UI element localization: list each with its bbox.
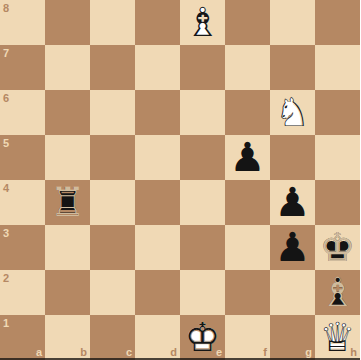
square-h7[interactable] <box>315 45 360 90</box>
rank-label-2: 2 <box>3 273 9 284</box>
square-b2[interactable] <box>45 270 90 315</box>
square-g1[interactable]: g <box>270 315 315 360</box>
square-a4[interactable]: 4 <box>0 180 45 225</box>
square-f8[interactable] <box>225 0 270 45</box>
square-h1[interactable]: h♛♕ <box>315 315 360 360</box>
chess-board: 8♝♗76♞♘5♟4♜♖♟3♟♚♔2♝♗1abcde♚♔fgh♛♕ <box>0 0 360 360</box>
rank-label-6: 6 <box>3 93 9 104</box>
square-c5[interactable] <box>90 135 135 180</box>
square-b7[interactable] <box>45 45 90 90</box>
square-c4[interactable] <box>90 180 135 225</box>
square-f3[interactable] <box>225 225 270 270</box>
square-f4[interactable] <box>225 180 270 225</box>
square-a1[interactable]: 1a <box>0 315 45 360</box>
square-f6[interactable] <box>225 90 270 135</box>
square-e7[interactable] <box>180 45 225 90</box>
piece-white-king[interactable]: ♚♔ <box>180 315 225 360</box>
square-b1[interactable]: b <box>45 315 90 360</box>
square-d4[interactable] <box>135 180 180 225</box>
square-f1[interactable]: f <box>225 315 270 360</box>
rank-label-8: 8 <box>3 3 9 14</box>
square-a2[interactable]: 2 <box>0 270 45 315</box>
square-d2[interactable] <box>135 270 180 315</box>
square-c2[interactable] <box>90 270 135 315</box>
square-a5[interactable]: 5 <box>0 135 45 180</box>
piece-black-king[interactable]: ♚♔ <box>315 225 360 270</box>
square-e8[interactable]: ♝♗ <box>180 0 225 45</box>
file-label-a: a <box>36 347 42 358</box>
piece-black-rook[interactable]: ♜♖ <box>45 180 90 225</box>
square-b6[interactable] <box>45 90 90 135</box>
square-b4[interactable]: ♜♖ <box>45 180 90 225</box>
piece-glyph-outline: ♔ <box>315 225 360 270</box>
rank-label-4: 4 <box>3 183 9 194</box>
square-c6[interactable] <box>90 90 135 135</box>
piece-white-queen[interactable]: ♛♕ <box>315 315 360 360</box>
square-b3[interactable] <box>45 225 90 270</box>
square-g7[interactable] <box>270 45 315 90</box>
square-a3[interactable]: 3 <box>0 225 45 270</box>
square-f7[interactable] <box>225 45 270 90</box>
chess-board-page: 8♝♗76♞♘5♟4♜♖♟3♟♚♔2♝♗1abcde♚♔fgh♛♕ <box>0 0 361 360</box>
square-d7[interactable] <box>135 45 180 90</box>
piece-white-bishop[interactable]: ♝♗ <box>180 0 225 45</box>
piece-black-bishop[interactable]: ♝♗ <box>315 270 360 315</box>
square-f2[interactable] <box>225 270 270 315</box>
piece-glyph-fill: ♟ <box>270 180 315 225</box>
square-d6[interactable] <box>135 90 180 135</box>
file-label-f: f <box>263 347 267 358</box>
square-b8[interactable] <box>45 0 90 45</box>
square-a6[interactable]: 6 <box>0 90 45 135</box>
square-h3[interactable]: ♚♔ <box>315 225 360 270</box>
piece-glyph-outline: ♘ <box>270 90 315 135</box>
square-d5[interactable] <box>135 135 180 180</box>
file-label-b: b <box>80 347 87 358</box>
rank-label-1: 1 <box>3 318 9 329</box>
square-h4[interactable] <box>315 180 360 225</box>
square-c3[interactable] <box>90 225 135 270</box>
piece-glyph-outline: ♗ <box>315 270 360 315</box>
square-a7[interactable]: 7 <box>0 45 45 90</box>
square-h8[interactable] <box>315 0 360 45</box>
file-label-g: g <box>305 347 312 358</box>
piece-black-pawn[interactable]: ♟ <box>270 180 315 225</box>
square-h2[interactable]: ♝♗ <box>315 270 360 315</box>
square-h5[interactable] <box>315 135 360 180</box>
square-b5[interactable] <box>45 135 90 180</box>
square-g5[interactable] <box>270 135 315 180</box>
square-g3[interactable]: ♟ <box>270 225 315 270</box>
piece-black-pawn[interactable]: ♟ <box>270 225 315 270</box>
square-e6[interactable] <box>180 90 225 135</box>
square-d8[interactable] <box>135 0 180 45</box>
square-f5[interactable]: ♟ <box>225 135 270 180</box>
file-label-c: c <box>126 347 132 358</box>
piece-glyph-outline: ♗ <box>180 0 225 45</box>
square-g8[interactable] <box>270 0 315 45</box>
square-d3[interactable] <box>135 225 180 270</box>
piece-black-pawn[interactable]: ♟ <box>225 135 270 180</box>
square-e1[interactable]: e♚♔ <box>180 315 225 360</box>
square-e4[interactable] <box>180 180 225 225</box>
square-g2[interactable] <box>270 270 315 315</box>
rank-label-7: 7 <box>3 48 9 59</box>
piece-glyph-outline: ♔ <box>180 315 225 360</box>
rank-label-5: 5 <box>3 138 9 149</box>
square-c1[interactable]: c <box>90 315 135 360</box>
square-e3[interactable] <box>180 225 225 270</box>
square-g6[interactable]: ♞♘ <box>270 90 315 135</box>
square-e2[interactable] <box>180 270 225 315</box>
square-c7[interactable] <box>90 45 135 90</box>
square-c8[interactable] <box>90 0 135 45</box>
square-a8[interactable]: 8 <box>0 0 45 45</box>
square-h6[interactable] <box>315 90 360 135</box>
piece-glyph-outline: ♕ <box>315 315 360 360</box>
piece-glyph-outline: ♖ <box>45 180 90 225</box>
piece-glyph-fill: ♟ <box>225 135 270 180</box>
file-label-d: d <box>170 347 177 358</box>
square-e5[interactable] <box>180 135 225 180</box>
square-g4[interactable]: ♟ <box>270 180 315 225</box>
piece-glyph-fill: ♟ <box>270 225 315 270</box>
square-d1[interactable]: d <box>135 315 180 360</box>
rank-label-3: 3 <box>3 228 9 239</box>
piece-white-knight[interactable]: ♞♘ <box>270 90 315 135</box>
